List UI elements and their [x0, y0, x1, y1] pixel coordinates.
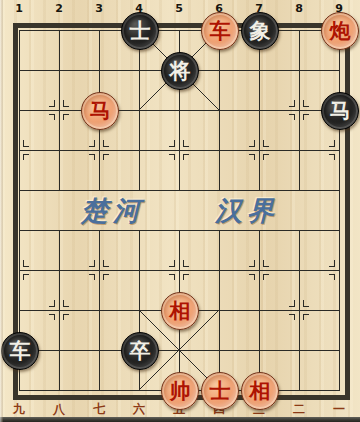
file-label-bottom-1: 九	[0, 402, 39, 417]
piece-glyph: 马	[330, 93, 351, 129]
piece-glyph: 卒	[130, 333, 151, 369]
piece-black-general[interactable]: 将	[161, 52, 199, 90]
piece-black-soldier[interactable]: 卒	[121, 332, 159, 370]
file-label-top-3: 3	[79, 1, 119, 16]
file-label-bottom-4: 六	[119, 402, 159, 417]
file-label-top-1: 1	[0, 1, 39, 16]
file-label-bottom-2: 八	[39, 402, 79, 417]
piece-black-chariot[interactable]: 车	[1, 332, 39, 370]
piece-glyph: 马	[90, 93, 111, 129]
piece-red-horse[interactable]: 马	[81, 92, 119, 130]
piece-black-advisor[interactable]: 士	[121, 12, 159, 50]
piece-red-advisor[interactable]: 士	[201, 372, 239, 410]
river-label-han: 汉界	[192, 192, 302, 230]
piece-red-chariot[interactable]: 车	[201, 12, 239, 50]
piece-glyph: 将	[170, 53, 191, 89]
piece-glyph: 车	[10, 333, 31, 369]
piece-red-cannon[interactable]: 炮	[321, 12, 359, 50]
piece-glyph: 相	[250, 373, 271, 409]
piece-glyph: 士	[130, 13, 151, 49]
piece-black-elephant[interactable]: 象	[241, 12, 279, 50]
piece-glyph: 相	[170, 293, 191, 329]
file-label-bottom-9: 一	[319, 402, 359, 417]
piece-red-elephant[interactable]: 相	[161, 292, 199, 330]
file-label-top-2: 2	[39, 1, 79, 16]
piece-glyph: 车	[210, 13, 231, 49]
file-label-top-8: 8	[279, 1, 319, 16]
piece-black-horse[interactable]: 马	[321, 92, 359, 130]
xiangqi-board-app: 123456789 九八七六五四三二一 楚河 汉界 士车象炮将马马相车卒帅士相	[0, 0, 360, 422]
piece-glyph: 帅	[170, 373, 191, 409]
piece-glyph: 象	[250, 13, 271, 49]
piece-glyph: 炮	[330, 13, 351, 49]
window-bottom-edge	[0, 417, 360, 422]
piece-red-general[interactable]: 帅	[161, 372, 199, 410]
file-label-bottom-3: 七	[79, 402, 119, 417]
file-label-top-5: 5	[159, 1, 199, 16]
piece-red-elephant[interactable]: 相	[241, 372, 279, 410]
file-label-bottom-8: 二	[279, 402, 319, 417]
piece-glyph: 士	[210, 373, 231, 409]
river-label-chu: 楚河	[58, 192, 168, 230]
